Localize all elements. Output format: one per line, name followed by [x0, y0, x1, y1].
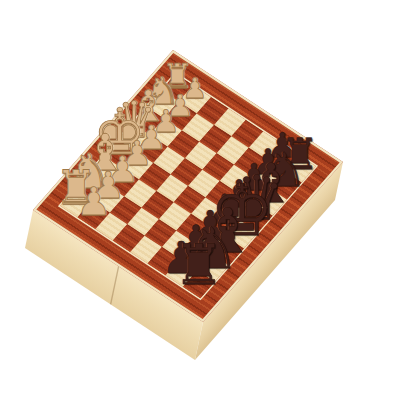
box-fold-seam-icon: [110, 266, 119, 305]
chess-set-photo: ♜♞♝♛♚♝♞♜♟♟♟♟♟♟♟♟♟♟♟♟♟♟♟♟♜♞♝♛♚♝♞♜: [0, 0, 400, 400]
